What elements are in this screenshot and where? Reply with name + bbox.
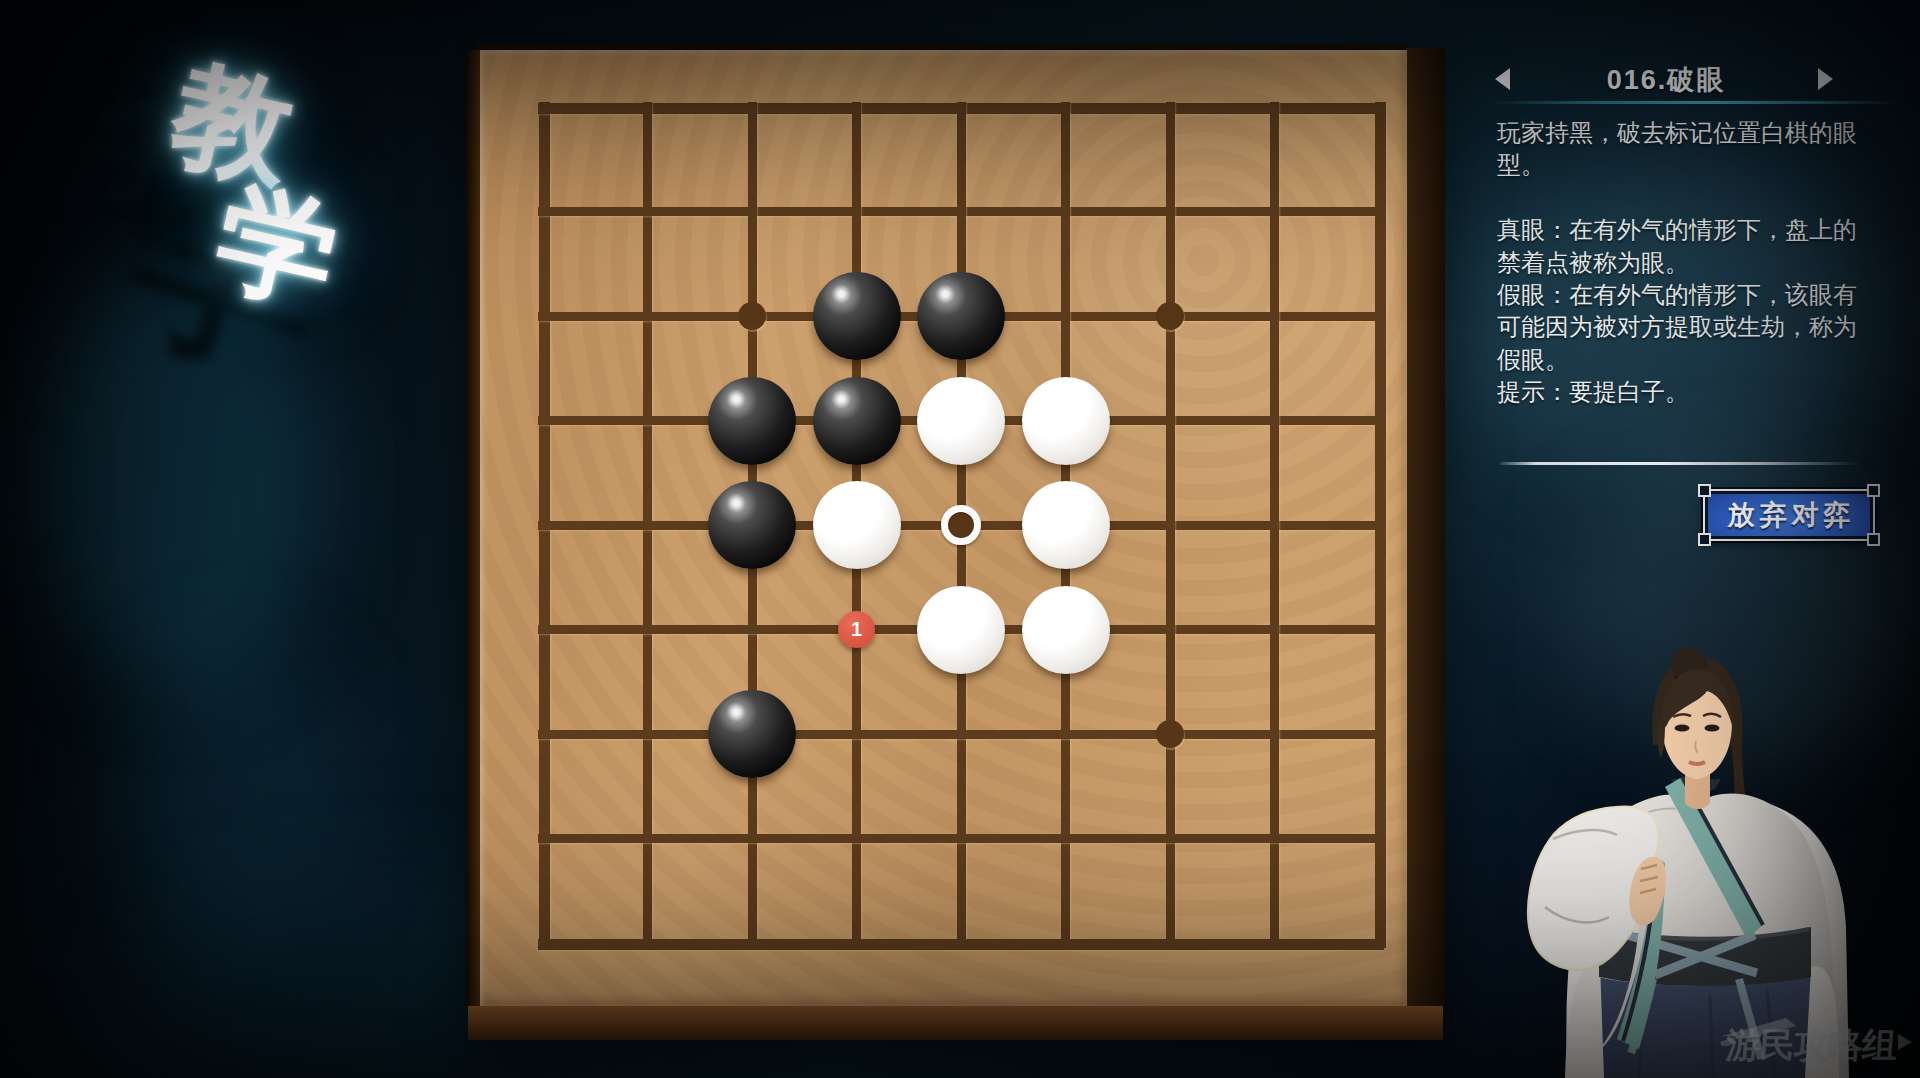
abandon-game-button[interactable]: 放弃对弈: [1703, 489, 1875, 541]
next-lesson-icon[interactable]: [1818, 68, 1833, 90]
tutorial-screen: 教 学 教 学 1 016.破眼 玩家持黑，破去标记位置白棋的眼 型。 真眼：在…: [0, 0, 1920, 1078]
title-underline: [1495, 101, 1900, 104]
watermark-text: 游民攻略组: [1724, 1022, 1897, 1069]
abandon-button-label: 放弃对弈: [1705, 491, 1873, 539]
lesson-description: 玩家持黑，破去标记位置白棋的眼 型。 真眼：在有外气的情形下，盘上的 禁着点被称…: [1497, 117, 1909, 409]
panel-divider: [1500, 462, 1862, 465]
lesson-title: 016.破眼: [1496, 62, 1836, 98]
watermark: 游民攻略组: [1712, 1006, 1920, 1072]
watermark-triangle-icon: [1898, 1034, 1912, 1050]
